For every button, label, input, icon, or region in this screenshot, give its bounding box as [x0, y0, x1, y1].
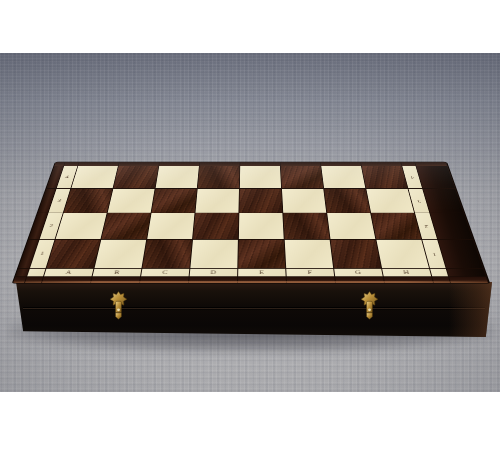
lid-seam — [23, 307, 485, 310]
square-a3 — [64, 189, 113, 213]
square-b3 — [108, 189, 155, 213]
board-frame — [140, 277, 189, 283]
board-frame — [384, 277, 433, 283]
square-h4 — [362, 166, 408, 188]
square-c4 — [156, 166, 199, 188]
file-label-d: D — [190, 269, 238, 277]
file-label-a: A — [44, 269, 93, 277]
square-d4 — [198, 166, 240, 188]
board-frame — [416, 166, 454, 188]
board-frame — [447, 269, 486, 277]
square-c1 — [142, 240, 192, 268]
board-frame — [25, 277, 43, 283]
board-frame — [335, 277, 384, 283]
board-frame — [449, 277, 488, 283]
square-c2 — [147, 213, 194, 239]
square-f3 — [282, 189, 326, 213]
square-e1 — [238, 240, 285, 268]
square-d1 — [190, 240, 238, 268]
board-frame — [432, 277, 450, 283]
board-frame — [287, 277, 335, 283]
square-g2 — [327, 213, 375, 239]
square-g1 — [331, 240, 382, 268]
border-corner-left — [27, 269, 45, 277]
square-g4 — [321, 166, 365, 188]
board-frame — [42, 277, 91, 283]
file-label-f: F — [286, 269, 334, 277]
box-right-side-face — [449, 282, 492, 338]
square-g3 — [324, 189, 370, 213]
square-e4 — [240, 166, 281, 188]
square-b1 — [95, 240, 147, 268]
board-frame — [423, 189, 463, 213]
square-e2 — [239, 213, 284, 239]
square-d3 — [195, 189, 238, 213]
chessboard-lid: 4 4 3 3 2 2 — [13, 162, 489, 283]
square-a4 — [71, 166, 118, 188]
file-label-h: H — [382, 269, 431, 277]
board-frame — [189, 277, 237, 283]
file-label-g: G — [334, 269, 382, 277]
square-f4 — [281, 166, 323, 188]
file-label-c: C — [141, 269, 189, 277]
file-label-b: B — [93, 269, 142, 277]
board-frame — [91, 277, 140, 283]
square-c3 — [152, 189, 197, 213]
square-f1 — [285, 240, 333, 268]
square-a1 — [47, 240, 101, 268]
square-d2 — [193, 213, 238, 239]
board-frame — [238, 277, 286, 283]
box-front-face — [16, 282, 492, 338]
brass-clasp-icon-left — [110, 291, 127, 321]
square-b2 — [101, 213, 150, 239]
file-label-e: E — [238, 269, 286, 277]
square-b4 — [113, 166, 158, 188]
square-h1 — [376, 240, 429, 268]
square-a2 — [56, 213, 107, 239]
brass-clasp-icon-right — [361, 291, 378, 321]
product-photo: 4 4 3 3 2 2 — [0, 0, 500, 450]
square-e3 — [239, 189, 282, 213]
square-h2 — [371, 213, 421, 239]
square-h3 — [366, 189, 414, 213]
border-corner-right — [430, 269, 448, 277]
square-f2 — [283, 213, 329, 239]
